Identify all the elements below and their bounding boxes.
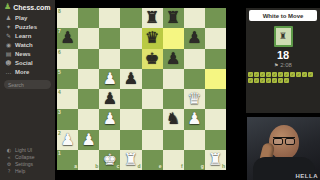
- black-knight: ♞: [163, 109, 184, 129]
- more-icon: …: [5, 68, 12, 75]
- light-ui-icon: ◐: [6, 147, 12, 153]
- white-pawn: ♟: [78, 130, 99, 150]
- square-c4[interactable]: ♟: [99, 89, 120, 109]
- square-e6[interactable]: ♚: [142, 49, 163, 69]
- learn-icon: ✎: [5, 32, 12, 39]
- sidebar-item-light-ui[interactable]: ◐Light UI: [0, 146, 55, 153]
- sidebar: ♟ Chess.com ♟Play✦Puzzles✎Learn◉Watch▤Ne…: [0, 0, 55, 180]
- white-pawn: ♟: [99, 69, 120, 89]
- white-rook: ♜: [120, 150, 141, 170]
- square-g1[interactable]: g: [184, 150, 205, 170]
- square-g6[interactable]: [184, 49, 205, 69]
- puzzle-rush-piece-glyph: ♜: [279, 32, 287, 41]
- rank-label-8: 8: [58, 9, 61, 14]
- puzzles-icon: ✦: [5, 23, 12, 30]
- black-pawn: ♟: [163, 49, 184, 69]
- rank-label-5: 5: [58, 70, 61, 75]
- collapse-icon: «: [6, 154, 12, 160]
- stream-frame: ♟ Chess.com ♟Play✦Puzzles✎Learn◉Watch▤Ne…: [0, 0, 320, 180]
- search-input[interactable]: Search: [4, 80, 51, 89]
- solved-puzzle-box: ✓: [308, 72, 313, 77]
- square-f6[interactable]: ♟: [163, 49, 184, 69]
- puzzle-timer: ⚑ 2:08: [246, 62, 320, 68]
- solved-puzzle-box: ✓: [248, 78, 253, 83]
- glasses: [273, 137, 295, 144]
- solved-puzzle-box: ✓: [296, 72, 301, 77]
- sidebar-item-label: Play: [15, 15, 27, 21]
- square-h2[interactable]: [205, 130, 226, 150]
- webcam-feed: HELLA: [247, 117, 320, 180]
- solved-puzzle-box: ✓: [302, 72, 307, 77]
- square-f2[interactable]: [163, 130, 184, 150]
- sidebar-item-label: Settings: [15, 161, 33, 167]
- square-h1[interactable]: h♜: [205, 150, 226, 170]
- square-d3[interactable]: [120, 109, 141, 129]
- solved-puzzle-box: ✓: [260, 78, 265, 83]
- square-e7[interactable]: ♛: [142, 28, 163, 48]
- square-e8[interactable]: ♜: [142, 8, 163, 28]
- sidebar-item-label: Social: [15, 60, 33, 66]
- sidebar-item-label: Learn: [15, 33, 31, 39]
- square-a6[interactable]: 6: [57, 49, 78, 69]
- sidebar-item-label: Light UI: [15, 147, 32, 153]
- file-label-g: g: [201, 164, 204, 169]
- square-a3[interactable]: 3: [57, 109, 78, 129]
- white-king: ♚: [99, 150, 120, 170]
- white-pawn: ♟: [99, 109, 120, 129]
- social-icon: ☻: [5, 59, 12, 66]
- square-a7[interactable]: 7♟: [57, 28, 78, 48]
- puzzle-score: 18: [246, 49, 320, 61]
- square-a4[interactable]: 4: [57, 89, 78, 109]
- square-d5[interactable]: ♟: [120, 69, 141, 89]
- square-c3[interactable]: ♟: [99, 109, 120, 129]
- square-b6[interactable]: [78, 49, 99, 69]
- watch-icon: ◉: [5, 41, 12, 48]
- square-e2[interactable]: [142, 130, 163, 150]
- sidebar-item-news[interactable]: ▤News: [0, 49, 55, 58]
- rank-label-3: 3: [58, 110, 61, 115]
- sidebar-item-more[interactable]: …More: [0, 67, 55, 76]
- square-f3[interactable]: ♞: [163, 109, 184, 129]
- puzzle-panel: White to Move ♜ 18 ⚑ 2:08 ✓✓✓✓✓✓✓✓✓✓✓✓✓✓…: [246, 8, 320, 113]
- square-d7[interactable]: [120, 28, 141, 48]
- solved-puzzle-box: ✓: [254, 72, 259, 77]
- square-e4[interactable]: [142, 89, 163, 109]
- sidebar-item-social[interactable]: ☻Social: [0, 58, 55, 67]
- square-b4[interactable]: [78, 89, 99, 109]
- rank-label-1: 1: [58, 151, 61, 156]
- solved-puzzle-box: ✓: [260, 72, 265, 77]
- solved-puzzle-box: ✓: [272, 78, 277, 83]
- white-rook: ♜: [205, 150, 226, 170]
- rank-label-6: 6: [58, 50, 61, 55]
- solved-puzzle-box: ✓: [266, 72, 271, 77]
- square-e3[interactable]: [142, 109, 163, 129]
- chess-board: 8♜♜7♟♛♟6♚♟5♟♟4♟♛3♟♞♟2♟♟1abc♚d♜efgh♜: [57, 8, 226, 170]
- black-queen: ♛: [142, 28, 163, 48]
- square-f1[interactable]: f: [163, 150, 184, 170]
- square-e5[interactable]: [142, 69, 163, 89]
- square-g7[interactable]: ♟: [184, 28, 205, 48]
- square-d2[interactable]: [120, 130, 141, 150]
- square-c2[interactable]: [99, 130, 120, 150]
- file-label-f: f: [181, 164, 183, 169]
- turn-indicator-label: White to Move: [263, 13, 304, 19]
- sidebar-item-watch[interactable]: ◉Watch: [0, 40, 55, 49]
- square-h7[interactable]: [205, 28, 226, 48]
- solved-puzzle-box: ✓: [284, 78, 289, 83]
- square-a8[interactable]: 8: [57, 8, 78, 28]
- solved-puzzle-box: ✓: [278, 78, 283, 83]
- solved-puzzle-box: ✓: [278, 72, 283, 77]
- square-d8[interactable]: [120, 8, 141, 28]
- sidebar-menu: ♟Play✦Puzzles✎Learn◉Watch▤News☻Social…Mo…: [0, 13, 55, 76]
- search-placeholder: Search: [8, 82, 24, 88]
- sidebar-item-help[interactable]: ?Help: [0, 167, 55, 174]
- square-b7[interactable]: [78, 28, 99, 48]
- square-g8[interactable]: [184, 8, 205, 28]
- sidebar-item-label: Watch: [15, 42, 33, 48]
- square-a2[interactable]: 2♟: [57, 130, 78, 150]
- white-queen: ♛: [184, 89, 205, 109]
- file-label-a: a: [74, 164, 77, 169]
- sidebar-item-settings[interactable]: ⚙Settings: [0, 160, 55, 167]
- square-c1[interactable]: c♚: [99, 150, 120, 170]
- rank-label-4: 4: [58, 90, 61, 95]
- square-f7[interactable]: [163, 28, 184, 48]
- square-g2[interactable]: [184, 130, 205, 150]
- square-d1[interactable]: d♜: [120, 150, 141, 170]
- file-label-b: b: [95, 164, 98, 169]
- square-h8[interactable]: [205, 8, 226, 28]
- black-pawn: ♟: [120, 69, 141, 89]
- puzzle-rush-icon: ♜: [274, 26, 293, 47]
- sidebar-item-label: Puzzles: [15, 24, 37, 30]
- sidebar-item-label: Collapse: [15, 154, 34, 160]
- square-e1[interactable]: e: [142, 150, 163, 170]
- sidebar-item-label: More: [15, 69, 29, 75]
- black-pawn: ♟: [184, 28, 205, 48]
- black-pawn: ♟: [57, 28, 78, 48]
- square-c5[interactable]: ♟: [99, 69, 120, 89]
- square-h5[interactable]: [205, 69, 226, 89]
- logo-pawn-icon: ♟: [4, 3, 11, 11]
- square-f4[interactable]: [163, 89, 184, 109]
- sidebar-item-collapse[interactable]: «Collapse: [0, 153, 55, 160]
- square-b8[interactable]: [78, 8, 99, 28]
- square-c8[interactable]: [99, 8, 120, 28]
- square-h3[interactable]: [205, 109, 226, 129]
- square-b2[interactable]: ♟: [78, 130, 99, 150]
- square-d6[interactable]: [120, 49, 141, 69]
- black-rook: ♜: [142, 8, 163, 28]
- black-rook: ♜: [163, 8, 184, 28]
- solved-puzzle-box: ✓: [284, 72, 289, 77]
- chesscom-logo[interactable]: ♟ Chess.com: [0, 0, 55, 13]
- square-c7[interactable]: [99, 28, 120, 48]
- black-king: ♚: [142, 49, 163, 69]
- sidebar-item-label: News: [15, 51, 31, 57]
- solved-puzzle-box: ✓: [248, 72, 253, 77]
- square-b1[interactable]: b: [78, 150, 99, 170]
- square-g4[interactable]: ♛: [184, 89, 205, 109]
- square-c6[interactable]: [99, 49, 120, 69]
- news-icon: ▤: [5, 50, 12, 57]
- black-pawn: ♟: [99, 89, 120, 109]
- webcam-overlay-text: HELLA: [296, 173, 319, 179]
- sidebar-item-puzzles[interactable]: ✦Puzzles: [0, 22, 55, 31]
- square-g3[interactable]: ♟: [184, 109, 205, 129]
- sidebar-footer: ◐Light UI«Collapse⚙Settings?Help: [0, 146, 55, 174]
- square-g5[interactable]: [184, 69, 205, 89]
- white-pawn: ♟: [57, 130, 78, 150]
- play-icon: ♟: [5, 14, 12, 21]
- square-d4[interactable]: [120, 89, 141, 109]
- square-f8[interactable]: ♜: [163, 8, 184, 28]
- solved-puzzle-box: ✓: [266, 78, 271, 83]
- square-f5[interactable]: [163, 69, 184, 89]
- square-a5[interactable]: 5: [57, 69, 78, 89]
- settings-icon: ⚙: [6, 161, 12, 167]
- square-a1[interactable]: 1a: [57, 150, 78, 170]
- help-icon: ?: [6, 168, 12, 174]
- solved-puzzle-box: ✓: [254, 78, 259, 83]
- white-pawn: ♟: [184, 109, 205, 129]
- turn-indicator: White to Move: [249, 10, 317, 21]
- logo-text: Chess.com: [13, 4, 50, 11]
- square-h6[interactable]: [205, 49, 226, 69]
- square-h4[interactable]: [205, 89, 226, 109]
- flag-icon: ⚑: [274, 62, 278, 68]
- timer-value: 2:08: [280, 62, 292, 68]
- solved-puzzles-strip: ✓✓✓✓✓✓✓✓✓✓✓✓✓✓✓✓✓✓: [248, 72, 318, 83]
- solved-puzzle-box: ✓: [272, 72, 277, 77]
- file-label-e: e: [159, 164, 162, 169]
- sidebar-item-play[interactable]: ♟Play: [0, 13, 55, 22]
- square-b5[interactable]: [78, 69, 99, 89]
- solved-puzzle-box: ✓: [290, 72, 295, 77]
- sidebar-item-learn[interactable]: ✎Learn: [0, 31, 55, 40]
- sidebar-item-label: Help: [15, 168, 25, 174]
- square-b3[interactable]: [78, 109, 99, 129]
